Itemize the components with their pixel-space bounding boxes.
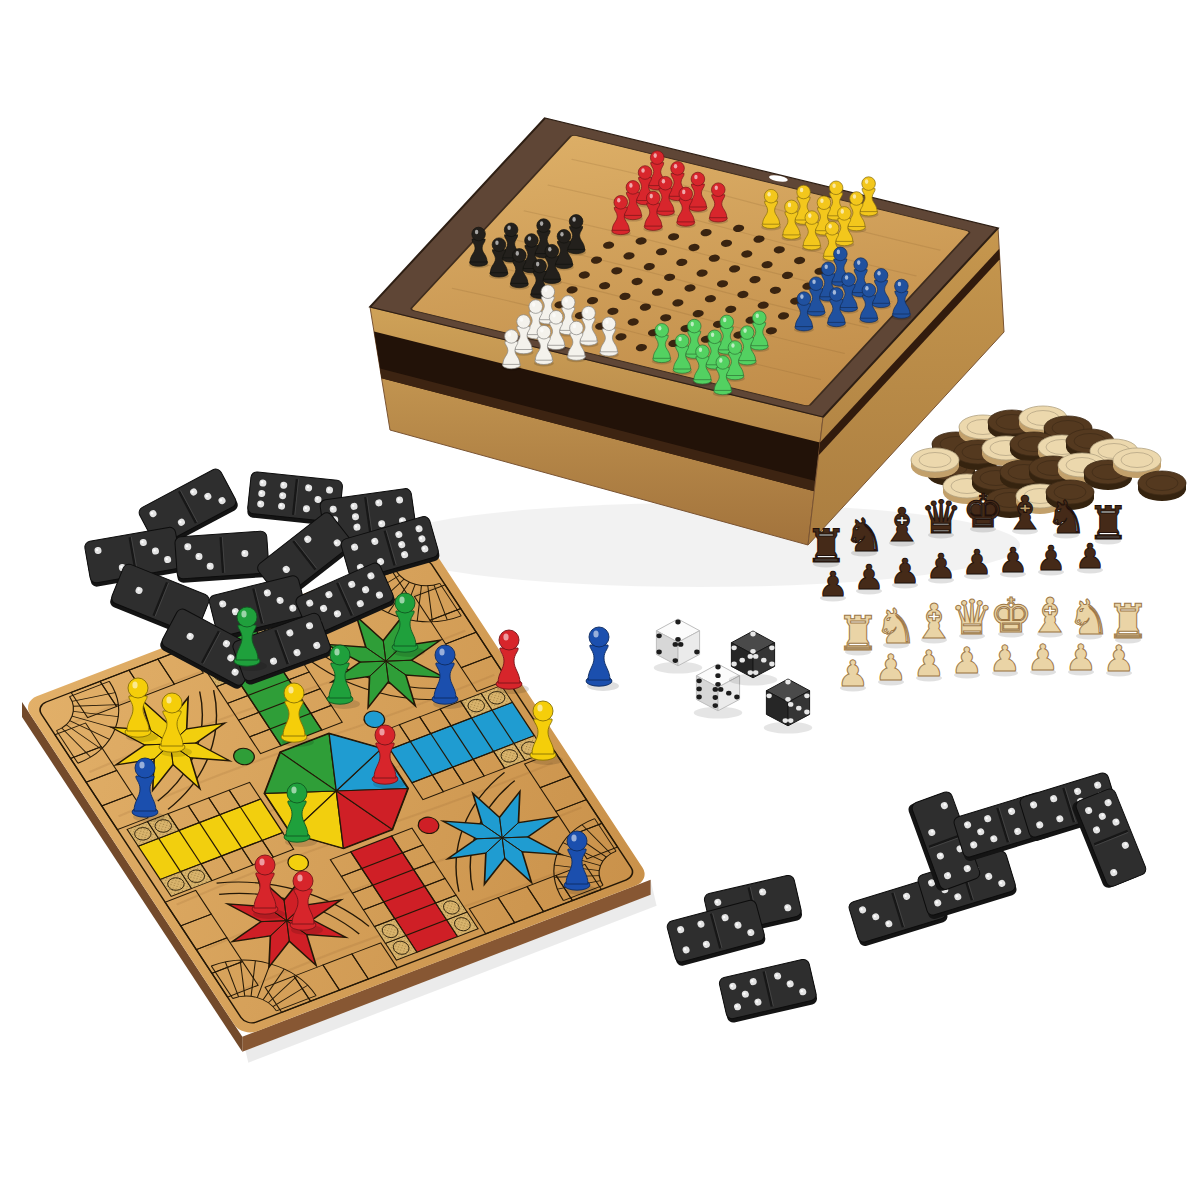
chess-piece-dark-p[interactable]: ♟ xyxy=(1075,536,1105,576)
svg-text:♟: ♟ xyxy=(913,643,945,684)
chess-piece-light-k[interactable]: ♚ xyxy=(989,587,1032,643)
chess-piece-light-p[interactable]: ♟ xyxy=(951,640,983,681)
svg-text:♞: ♞ xyxy=(874,598,917,654)
chess-piece-light-p[interactable]: ♟ xyxy=(1027,637,1059,678)
chess-piece-light-n[interactable]: ♞ xyxy=(874,598,917,654)
domino-chain xyxy=(848,772,1148,948)
chess-set-dark: ♜♞♝♛♚♝♞♜♟♟♟♟♟♟♟♟ xyxy=(805,484,1128,604)
dominoes-loose xyxy=(666,874,818,1024)
chess-piece-dark-p[interactable]: ♟ xyxy=(962,542,992,582)
chess-piece-dark-p[interactable]: ♟ xyxy=(1036,538,1066,578)
svg-text:♟: ♟ xyxy=(951,640,983,681)
chess-piece-light-p[interactable]: ♟ xyxy=(1065,637,1097,678)
chess-piece-dark-n[interactable]: ♞ xyxy=(843,508,884,562)
checker-disc-dark[interactable] xyxy=(1138,471,1186,501)
chess-piece-light-p[interactable]: ♟ xyxy=(913,643,945,684)
svg-text:♟: ♟ xyxy=(875,647,907,688)
svg-text:♝: ♝ xyxy=(912,593,955,649)
svg-text:♝: ♝ xyxy=(1004,486,1045,540)
svg-text:♟: ♟ xyxy=(962,542,992,582)
chess-piece-light-p[interactable]: ♟ xyxy=(875,647,907,688)
chess-piece-dark-k[interactable]: ♚ xyxy=(962,484,1003,538)
product-photo-game-set: ♜♞♝♛♚♝♞♜♟♟♟♟♟♟♟♟♜♞♝♛♚♝♞♜♟♟♟♟♟♟♟♟ xyxy=(0,0,1200,1200)
chess-piece-dark-b[interactable]: ♝ xyxy=(1004,486,1045,540)
ludo-pawn-blue[interactable] xyxy=(586,627,619,691)
chess-piece-light-p[interactable]: ♟ xyxy=(837,653,869,694)
chess-piece-light-q[interactable]: ♛ xyxy=(950,589,993,645)
svg-text:♚: ♚ xyxy=(962,484,1003,538)
svg-text:♚: ♚ xyxy=(989,587,1032,643)
chess-piece-light-b[interactable]: ♝ xyxy=(1028,587,1071,643)
svg-text:♟: ♟ xyxy=(818,564,848,604)
chess-piece-dark-p[interactable]: ♟ xyxy=(998,540,1028,580)
chess-piece-dark-b[interactable]: ♝ xyxy=(881,498,922,552)
svg-text:♟: ♟ xyxy=(926,546,956,586)
domino-4-3[interactable] xyxy=(666,899,767,967)
svg-text:♛: ♛ xyxy=(920,490,961,544)
svg-text:♟: ♟ xyxy=(854,557,884,597)
chess-set-light: ♜♞♝♛♚♝♞♜♟♟♟♟♟♟♟♟ xyxy=(836,587,1149,694)
svg-text:♟: ♟ xyxy=(1075,536,1105,576)
die-white[interactable] xyxy=(694,664,743,719)
domino-5-2[interactable] xyxy=(1071,787,1148,890)
svg-text:♟: ♟ xyxy=(890,551,920,591)
dice xyxy=(654,619,813,734)
chess-piece-dark-p[interactable]: ♟ xyxy=(890,551,920,591)
svg-text:♞: ♞ xyxy=(843,508,884,562)
svg-text:♛: ♛ xyxy=(950,589,993,645)
domino-5-3[interactable] xyxy=(718,958,818,1024)
svg-text:♝: ♝ xyxy=(1028,587,1071,643)
svg-text:♟: ♟ xyxy=(1027,637,1059,678)
chess-piece-light-b[interactable]: ♝ xyxy=(912,593,955,649)
svg-text:♟: ♟ xyxy=(837,653,869,694)
svg-text:♟: ♟ xyxy=(1036,538,1066,578)
chess-piece-dark-q[interactable]: ♛ xyxy=(920,490,961,544)
svg-text:♟: ♟ xyxy=(1065,637,1097,678)
svg-text:♟: ♟ xyxy=(1103,638,1135,679)
svg-text:♟: ♟ xyxy=(998,540,1028,580)
die-black[interactable] xyxy=(764,679,813,734)
die-black[interactable] xyxy=(729,631,778,686)
domino-3-1[interactable] xyxy=(175,531,270,583)
scene-canvas: ♜♞♝♛♚♝♞♜♟♟♟♟♟♟♟♟♜♞♝♛♚♝♞♜♟♟♟♟♟♟♟♟ xyxy=(0,0,1200,1200)
chess-piece-dark-p[interactable]: ♟ xyxy=(854,557,884,597)
chess-piece-light-p[interactable]: ♟ xyxy=(989,638,1021,679)
checker-disc-light[interactable] xyxy=(911,448,959,478)
chess-piece-dark-p[interactable]: ♟ xyxy=(818,564,848,604)
chess-piece-dark-p[interactable]: ♟ xyxy=(926,546,956,586)
die-white[interactable] xyxy=(654,619,703,674)
chess-piece-light-p[interactable]: ♟ xyxy=(1103,638,1135,679)
svg-text:♝: ♝ xyxy=(881,498,922,552)
svg-text:♟: ♟ xyxy=(989,638,1021,679)
